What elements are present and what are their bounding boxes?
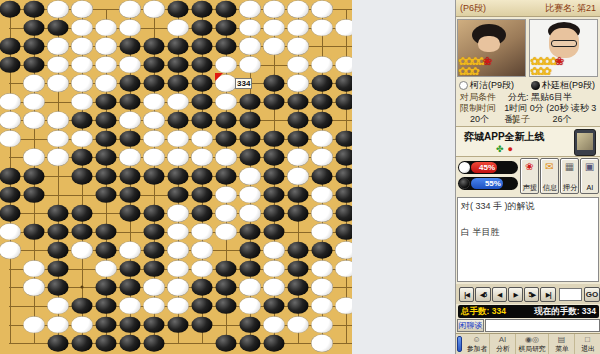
chat-input[interactable] — [485, 319, 600, 332]
black-stone — [24, 56, 45, 73]
white-stone — [264, 279, 285, 296]
black-stone — [144, 168, 165, 185]
black-stone — [240, 94, 261, 111]
black-stone — [240, 131, 261, 148]
flower-icons-white: ✿✿✿✿❀✿✿✿ — [458, 56, 525, 76]
white-stone — [48, 56, 69, 73]
time-limit-value: 1时间 0分 (20秒 读秒 3番) — [504, 103, 600, 114]
apple-icon: ● — [508, 144, 517, 154]
white-stone — [120, 242, 141, 259]
black-stone — [120, 131, 141, 148]
white-stone — [168, 149, 189, 166]
black-stone — [120, 316, 141, 333]
black-stone — [216, 261, 237, 278]
go-client-window: 334 (P6段) 比赛名: 第21 ✿✿✿✿❀✿✿✿ ✿✿✿✿❀✿✿✿ 柯洁(… — [0, 0, 600, 354]
black-stone — [336, 186, 353, 203]
nav-button-back5[interactable]: ◀5 — [475, 287, 490, 302]
black-stone — [312, 75, 333, 92]
white-stone — [312, 131, 333, 148]
go-board[interactable]: 334 — [0, 0, 352, 354]
black-stone — [0, 1, 21, 18]
chat-row: 闲聊谈 — [457, 319, 600, 332]
black-stone — [96, 149, 117, 166]
black-stone — [120, 335, 141, 352]
black-stone — [48, 19, 69, 36]
black-stone — [336, 131, 353, 148]
white-stone — [336, 242, 353, 259]
white-stone — [288, 168, 309, 185]
white-stone — [312, 298, 333, 315]
toolbar-菜单[interactable]: ▤菜单 — [549, 334, 575, 354]
black-stone — [72, 112, 93, 129]
banner-icons: ✤● — [496, 144, 517, 154]
chat-channel-button[interactable]: 闲聊谈 — [457, 319, 484, 332]
game-result-text: 白 半目胜 — [461, 226, 595, 239]
white-stone — [288, 149, 309, 166]
AI-button[interactable]: ▣AI — [580, 158, 599, 194]
white-stone — [120, 1, 141, 18]
action-button-label: AI — [586, 184, 593, 191]
black-stone — [192, 112, 213, 129]
black-stone — [48, 335, 69, 352]
commentary-box[interactable]: 对( 334 手 )的解说 白 半目胜 — [457, 197, 599, 282]
black-stone — [120, 279, 141, 296]
black-stone — [240, 223, 261, 240]
action-button-label: 声援 — [522, 184, 536, 191]
black-stone — [96, 112, 117, 129]
conditions-value: 分先: 黑贴6目半 — [508, 92, 572, 103]
black-stone — [144, 335, 165, 352]
stones-icon: ◉◎ — [525, 336, 539, 344]
white-stone — [336, 56, 353, 73]
white-stone — [336, 19, 353, 36]
black-stone — [96, 186, 117, 203]
nav-button-fwd5[interactable]: 5▶ — [524, 287, 539, 302]
black-stone — [264, 75, 285, 92]
black-stone — [216, 112, 237, 129]
black-stone — [72, 335, 93, 352]
black-stone — [288, 112, 309, 129]
black-stone — [192, 56, 213, 73]
black-stone — [0, 56, 21, 73]
black-stone — [144, 56, 165, 73]
toolbar-label: 退出 — [581, 344, 595, 352]
white-stone — [168, 19, 189, 36]
clover-icon: ✤ — [496, 144, 508, 154]
white-stone — [120, 298, 141, 315]
black-stone — [264, 168, 285, 185]
captures-row: 20个 提子 26个 — [456, 114, 600, 125]
nav-button-forward[interactable]: ▶ — [508, 287, 523, 302]
black-stone — [192, 38, 213, 55]
white-stone — [72, 56, 93, 73]
black-stone — [120, 94, 141, 111]
last-move-number: 334 — [235, 78, 252, 89]
time-limit-label: 限制时间 — [456, 103, 504, 114]
white-stone — [336, 261, 353, 278]
white-stone — [48, 38, 69, 55]
押分-button[interactable]: ▦押分 — [560, 158, 579, 194]
black-stone — [24, 38, 45, 55]
white-stone — [144, 112, 165, 129]
black-stone — [216, 168, 237, 185]
white-stone — [24, 279, 45, 296]
go-button[interactable]: GO — [584, 287, 600, 302]
white-stone — [240, 19, 261, 36]
white-stone — [24, 316, 45, 333]
white-stone — [288, 38, 309, 55]
white-stone — [48, 298, 69, 315]
black-stone — [72, 149, 93, 166]
toolbar-棋局研究[interactable]: ◉◎棋局研究 — [516, 334, 549, 354]
black-stone — [264, 186, 285, 203]
toolbar-退出[interactable]: □退出 — [575, 334, 600, 354]
black-stone — [240, 261, 261, 278]
white-stone — [24, 112, 45, 129]
current-move-label: 现在的手数: 334 — [534, 306, 596, 318]
black-stone — [288, 279, 309, 296]
toolbar-参加者[interactable]: ☺参加者 — [464, 334, 490, 354]
black-stone — [96, 242, 117, 259]
action-button-label: 押分 — [562, 184, 576, 191]
total-moves-label: 总手数: 334 — [461, 306, 506, 318]
black-stone — [48, 205, 69, 222]
toolbar-分析[interactable]: AI分析 — [490, 334, 516, 354]
white-stone — [312, 149, 333, 166]
white-stone — [72, 131, 93, 148]
mail-icon: ✉ — [545, 161, 553, 173]
black-stone — [144, 261, 165, 278]
glasses-icon — [551, 40, 577, 47]
black-stone — [144, 223, 165, 240]
black-stone — [288, 94, 309, 111]
black-stone — [144, 205, 165, 222]
rose-icon: ❀ — [483, 55, 489, 67]
white-stone — [72, 242, 93, 259]
black-stone — [24, 168, 45, 185]
white-stone-icon — [459, 81, 468, 90]
black-stone — [288, 131, 309, 148]
black-stone — [264, 94, 285, 111]
black-stone — [288, 205, 309, 222]
black-stone — [312, 242, 333, 259]
ai-icon: AI — [499, 336, 507, 344]
black-stone — [240, 112, 261, 129]
app-banner[interactable]: 弈城APP全新上线 ✤● — [456, 126, 600, 157]
white-stone — [24, 75, 45, 92]
black-stone — [96, 223, 117, 240]
black-stone — [216, 38, 237, 55]
conditions-row: 对局条件 分先: 黑贴6目半 — [456, 92, 600, 103]
white-stone — [216, 186, 237, 203]
black-stone — [216, 335, 237, 352]
white-stone — [120, 56, 141, 73]
black-stone — [336, 223, 353, 240]
white-stone — [0, 112, 21, 129]
black-stone — [192, 94, 213, 111]
black-stone — [216, 279, 237, 296]
black-stone — [192, 205, 213, 222]
black-stone — [264, 223, 285, 240]
white-stone — [96, 56, 117, 73]
声援-button[interactable]: ❀声援 — [520, 158, 539, 194]
white-stone — [240, 38, 261, 55]
white-stone — [312, 205, 333, 222]
white-stone — [0, 94, 21, 111]
black-stone — [24, 1, 45, 18]
white-stone — [0, 131, 21, 148]
black-stone — [312, 168, 333, 185]
white-captures: 20个 — [456, 114, 500, 125]
scrollbar-thumb[interactable] — [457, 336, 462, 352]
black-stone — [120, 75, 141, 92]
white-stone — [192, 261, 213, 278]
black-stone — [144, 75, 165, 92]
white-stone — [288, 316, 309, 333]
black-stone — [120, 186, 141, 203]
black-stone — [96, 335, 117, 352]
banner-text: 弈城APP全新上线 — [464, 130, 545, 144]
black-stone — [120, 261, 141, 278]
white-player-name: 柯洁(P9段) — [470, 79, 514, 92]
white-stone — [240, 298, 261, 315]
white-stone — [312, 316, 333, 333]
black-winrate-bar: 55% — [458, 177, 518, 190]
black-stone — [240, 335, 261, 352]
white-stone — [240, 56, 261, 73]
black-stone — [192, 316, 213, 333]
commentary-title: 对( 334 手 )的解说 — [461, 200, 595, 213]
white-stone — [264, 38, 285, 55]
black-stone — [264, 205, 285, 222]
white-stone — [96, 19, 117, 36]
star-point — [81, 286, 84, 289]
game-info: 对局条件 分先: 黑贴6目半 限制时间 1时间 0分 (20秒 读秒 3番) 2… — [456, 92, 600, 125]
white-stone — [48, 131, 69, 148]
move-navigation: |◀◀5◀▶5▶▶| GO — [456, 284, 600, 304]
white-stone — [240, 1, 261, 18]
white-stone — [0, 223, 21, 240]
black-stone — [192, 75, 213, 92]
rose-icon: ❀ — [525, 161, 533, 173]
white-stone — [216, 149, 237, 166]
last-move-marker — [215, 73, 223, 81]
black-player-name: 朴廷桓(P9段) — [542, 79, 595, 92]
white-stone — [0, 242, 21, 259]
white-stone — [216, 223, 237, 240]
black-stone — [336, 149, 353, 166]
black-stone — [192, 19, 213, 36]
photo-face — [478, 36, 500, 52]
book-icon: ▤ — [558, 336, 566, 344]
white-stone — [288, 56, 309, 73]
action-button-label: 信息 — [542, 184, 556, 191]
white-stone — [288, 19, 309, 36]
black-stone-icon — [459, 178, 470, 189]
black-stone — [120, 38, 141, 55]
white-stone — [168, 131, 189, 148]
action-button-group: ❀声援✉信息▦押分▣AI — [520, 158, 600, 196]
white-stone — [48, 112, 69, 129]
black-stone — [216, 19, 237, 36]
black-stone — [0, 205, 21, 222]
white-stone — [312, 19, 333, 36]
black-stone — [192, 298, 213, 315]
white-stone — [312, 1, 333, 18]
white-player-name-cell: 柯洁(P9段) — [456, 79, 528, 91]
white-stone — [168, 261, 189, 278]
black-stone — [312, 94, 333, 111]
black-stone — [24, 19, 45, 36]
black-stone — [120, 205, 141, 222]
white-stone — [240, 279, 261, 296]
white-stone — [288, 1, 309, 18]
white-stone — [288, 75, 309, 92]
black-stone — [336, 205, 353, 222]
white-stone — [264, 242, 285, 259]
white-stone — [264, 316, 285, 333]
black-stone — [336, 94, 353, 111]
white-stone — [144, 94, 165, 111]
white-stone — [168, 94, 189, 111]
black-stone — [72, 298, 93, 315]
white-stone — [96, 261, 117, 278]
player-names-row: 柯洁(P9段) 朴廷桓(P9段) — [456, 79, 600, 91]
conditions-label: 对局条件 — [456, 92, 508, 103]
white-stone — [240, 186, 261, 203]
black-stone — [168, 56, 189, 73]
black-stone — [288, 261, 309, 278]
white-stone — [168, 223, 189, 240]
white-stone — [168, 242, 189, 259]
black-captures: 26个 — [542, 114, 582, 125]
toolbar-label: 棋局研究 — [518, 344, 545, 352]
信息-button[interactable]: ✉信息 — [540, 158, 559, 194]
black-winrate-fill: 55% — [471, 178, 503, 189]
black-stone — [336, 168, 353, 185]
toolbar-label: 菜单 — [555, 344, 569, 352]
black-stone — [216, 298, 237, 315]
black-stone — [96, 279, 117, 296]
white-stone — [264, 19, 285, 36]
white-stone — [48, 149, 69, 166]
white-stone — [72, 19, 93, 36]
white-stone — [216, 94, 237, 111]
white-stone — [312, 186, 333, 203]
black-stone — [24, 186, 45, 203]
board-area: 334 — [0, 0, 455, 354]
black-stone — [0, 38, 21, 55]
captures-label: 提子 — [500, 114, 542, 125]
nav-button-last[interactable]: ▶| — [540, 287, 555, 302]
rose-icon: ❀ — [555, 55, 561, 67]
black-stone — [288, 186, 309, 203]
bottom-toolbar: ☺参加者AI分析◉◎棋局研究▤菜单□退出 — [456, 333, 600, 354]
white-stone — [120, 149, 141, 166]
white-stone — [144, 298, 165, 315]
black-stone — [240, 316, 261, 333]
black-stone — [96, 298, 117, 315]
black-stone — [264, 131, 285, 148]
white-stone — [264, 261, 285, 278]
move-number-input[interactable] — [559, 288, 582, 301]
white-stone — [216, 56, 237, 73]
black-stone — [168, 168, 189, 185]
black-stone — [168, 186, 189, 203]
white-stone — [96, 38, 117, 55]
white-stone — [48, 1, 69, 18]
white-stone — [240, 205, 261, 222]
person-icon: ☺ — [472, 336, 480, 344]
black-stone — [168, 38, 189, 55]
white-stone — [72, 38, 93, 55]
black-stone — [288, 298, 309, 315]
white-stone — [312, 56, 333, 73]
white-stone — [120, 112, 141, 129]
black-stone — [240, 149, 261, 166]
white-stone — [336, 298, 353, 315]
black-stone — [24, 223, 45, 240]
nav-button-first[interactable]: |◀ — [459, 287, 474, 302]
white-stone — [192, 149, 213, 166]
room-rank-label: (P6段) — [460, 0, 486, 16]
black-stone — [144, 38, 165, 55]
phone-icon — [574, 129, 596, 156]
match-name-label: 比赛名: 第21 — [545, 0, 596, 16]
nav-button-back[interactable]: ◀ — [492, 287, 507, 302]
robot-icon: ▣ — [585, 161, 594, 173]
black-stone — [192, 279, 213, 296]
white-stone — [312, 261, 333, 278]
side-panel: (P6段) 比赛名: 第21 ✿✿✿✿❀✿✿✿ ✿✿✿✿❀✿✿✿ 柯洁(P9段)… — [455, 0, 600, 354]
white-player-photo: ✿✿✿✿❀✿✿✿ — [457, 19, 526, 77]
black-stone — [336, 75, 353, 92]
black-stone — [264, 298, 285, 315]
white-stone — [72, 94, 93, 111]
white-stone — [240, 168, 261, 185]
black-stone — [168, 112, 189, 129]
black-stone — [168, 75, 189, 92]
white-stone — [192, 223, 213, 240]
white-stone — [24, 261, 45, 278]
black-stone — [216, 1, 237, 18]
black-stone — [120, 168, 141, 185]
time-limit-row: 限制时间 1时间 0分 (20秒 读秒 3番) — [456, 103, 600, 114]
white-stone — [72, 316, 93, 333]
black-stone — [48, 223, 69, 240]
black-stone — [288, 242, 309, 259]
black-stone — [144, 242, 165, 259]
black-stone — [48, 242, 69, 259]
black-stone — [96, 94, 117, 111]
winrate-bars: 45% 55% — [456, 158, 520, 196]
white-stone — [168, 279, 189, 296]
white-stone — [144, 279, 165, 296]
black-stone — [216, 131, 237, 148]
black-stone — [48, 279, 69, 296]
black-stone — [192, 1, 213, 18]
white-stone — [216, 205, 237, 222]
panel-header: (P6段) 比赛名: 第21 — [456, 0, 600, 17]
white-stone — [48, 316, 69, 333]
white-stone — [192, 242, 213, 259]
white-stone — [72, 1, 93, 18]
white-stone — [312, 335, 333, 352]
white-stone — [48, 75, 69, 92]
white-stone — [192, 131, 213, 148]
black-stone — [264, 335, 285, 352]
black-stone — [72, 205, 93, 222]
